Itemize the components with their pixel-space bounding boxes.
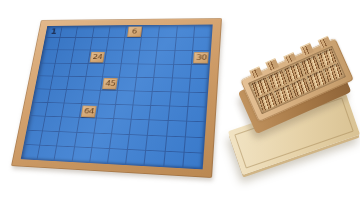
box-compartments [248,46,346,114]
hundred-board-product-photo: 1624304564 [0,0,360,202]
number-tile[interactable]: 6 [127,26,142,37]
number-tile[interactable]: 24 [90,52,105,63]
number-tile[interactable]: 45 [102,78,118,90]
tile-layer: 1624304564 [21,24,213,169]
tile-box-scene [228,34,360,194]
number-tile[interactable]: 30 [193,52,209,63]
board-frame: 1624304564 [11,18,222,178]
number-tile[interactable]: 64 [81,105,97,117]
printed-number: 1 [45,26,63,38]
